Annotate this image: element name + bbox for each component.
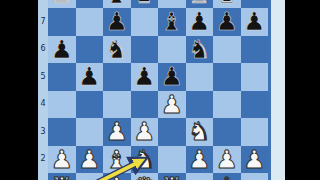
black-pawn-e5: ♟ — [158, 63, 186, 91]
white-pawn-a2: ♟ — [48, 146, 76, 174]
white-pawn-c3: ♟ — [103, 118, 131, 146]
black-bishop-e7: ♝ — [158, 8, 186, 36]
white-queen-d1: ♛ — [131, 173, 159, 180]
chess-board: ♜♝♛♜♚♟♝♟♟♟♟♞♞♟♟♟♟♟♟♞♟♟♝♞♟♟♟♜♝♛♜♚ — [48, 0, 268, 180]
square-f1 — [186, 173, 214, 180]
square-f6: ♞ — [186, 36, 214, 64]
board-outer-strip — [271, 0, 285, 180]
square-c3: ♟ — [103, 118, 131, 146]
white-pawn-b2: ♟ — [76, 146, 104, 174]
square-a3 — [48, 118, 76, 146]
white-bishop-c1: ♝ — [103, 173, 131, 180]
square-c2: ♝ — [103, 146, 131, 174]
rank-label-3: 3 — [38, 128, 48, 136]
square-d4 — [131, 91, 159, 119]
black-pawn-d5: ♟ — [131, 63, 159, 91]
square-b8 — [76, 0, 104, 8]
square-b2: ♟ — [76, 146, 104, 174]
white-pawn-h2: ♟ — [241, 146, 269, 174]
white-pawn-f2: ♟ — [186, 146, 214, 174]
rank-label-5: 5 — [38, 73, 48, 81]
square-a6: ♟ — [48, 36, 76, 64]
white-rook-a1: ♜ — [48, 173, 76, 180]
square-f2: ♟ — [186, 146, 214, 174]
white-pawn-g2: ♟ — [213, 146, 241, 174]
letterbox-right — [285, 0, 320, 180]
square-f4 — [186, 91, 214, 119]
square-a4 — [48, 91, 76, 119]
square-h5 — [241, 63, 269, 91]
black-pawn-a6: ♟ — [48, 36, 76, 64]
square-c6: ♞ — [103, 36, 131, 64]
square-b6 — [76, 36, 104, 64]
square-a1: ♜ — [48, 173, 76, 180]
black-pawn-f7: ♟ — [186, 8, 214, 36]
square-h3 — [241, 118, 269, 146]
square-b1 — [76, 173, 104, 180]
square-e6 — [158, 36, 186, 64]
square-h7: ♟ — [241, 8, 269, 36]
white-knight-d2: ♞ — [131, 146, 159, 174]
square-h6 — [241, 36, 269, 64]
square-f5 — [186, 63, 214, 91]
square-g4 — [213, 91, 241, 119]
black-knight-c6: ♞ — [103, 36, 131, 64]
square-e2 — [158, 146, 186, 174]
square-c1: ♝ — [103, 173, 131, 180]
square-d3: ♟ — [131, 118, 159, 146]
square-h4 — [241, 91, 269, 119]
square-d1: ♛ — [131, 173, 159, 180]
square-f7: ♟ — [186, 8, 214, 36]
square-c5 — [103, 63, 131, 91]
black-pawn-c7: ♟ — [103, 8, 131, 36]
square-e4: ♟ — [158, 91, 186, 119]
square-b3 — [76, 118, 104, 146]
square-d2: ♞ — [131, 146, 159, 174]
square-b4 — [76, 91, 104, 119]
square-a2: ♟ — [48, 146, 76, 174]
square-a8: ♜ — [48, 0, 76, 8]
white-bishop-c2: ♝ — [103, 146, 131, 174]
rank-label-7: 7 — [38, 18, 48, 26]
black-pawn-g7: ♟ — [213, 8, 241, 36]
white-rook-e1: ♜ — [158, 173, 186, 180]
square-d7 — [131, 8, 159, 36]
square-e1: ♜ — [158, 173, 186, 180]
black-pawn-b5: ♟ — [76, 63, 104, 91]
square-g3 — [213, 118, 241, 146]
square-g5 — [213, 63, 241, 91]
square-d6 — [131, 36, 159, 64]
square-b5: ♟ — [76, 63, 104, 91]
square-g6 — [213, 36, 241, 64]
white-pawn-e4: ♟ — [158, 91, 186, 119]
rank-label-6: 6 — [38, 45, 48, 53]
square-a5 — [48, 63, 76, 91]
square-d5: ♟ — [131, 63, 159, 91]
square-h2: ♟ — [241, 146, 269, 174]
square-g1: ♚ — [213, 173, 241, 180]
square-e7: ♝ — [158, 8, 186, 36]
black-knight-f6: ♞ — [186, 36, 214, 64]
square-c7: ♟ — [103, 8, 131, 36]
black-rook-a8: ♜ — [48, 0, 76, 8]
square-e5: ♟ — [158, 63, 186, 91]
rank-label-4: 4 — [38, 100, 48, 108]
square-f3: ♞ — [186, 118, 214, 146]
square-a7 — [48, 8, 76, 36]
black-queen-d8: ♛ — [131, 0, 159, 8]
white-knight-f3: ♞ — [186, 118, 214, 146]
square-g2: ♟ — [213, 146, 241, 174]
square-h1 — [241, 173, 269, 180]
video-frame: 87654321 ♜♝♛♜♚♟♝♟♟♟♟♞♞♟♟♟♟♟♟♞♟♟♝♞♟♟♟♜♝♛♜… — [0, 0, 320, 180]
square-c4 — [103, 91, 131, 119]
square-b7 — [76, 8, 104, 36]
square-d8: ♛ — [131, 0, 159, 8]
square-e3 — [158, 118, 186, 146]
white-pawn-d3: ♟ — [131, 118, 159, 146]
rank-label-strip: 87654321 — [38, 0, 48, 180]
black-pawn-h7: ♟ — [241, 8, 269, 36]
white-king-g1: ♚ — [213, 173, 241, 180]
square-g7: ♟ — [213, 8, 241, 36]
rank-label-2: 2 — [38, 155, 48, 163]
letterbox-left — [0, 0, 38, 180]
